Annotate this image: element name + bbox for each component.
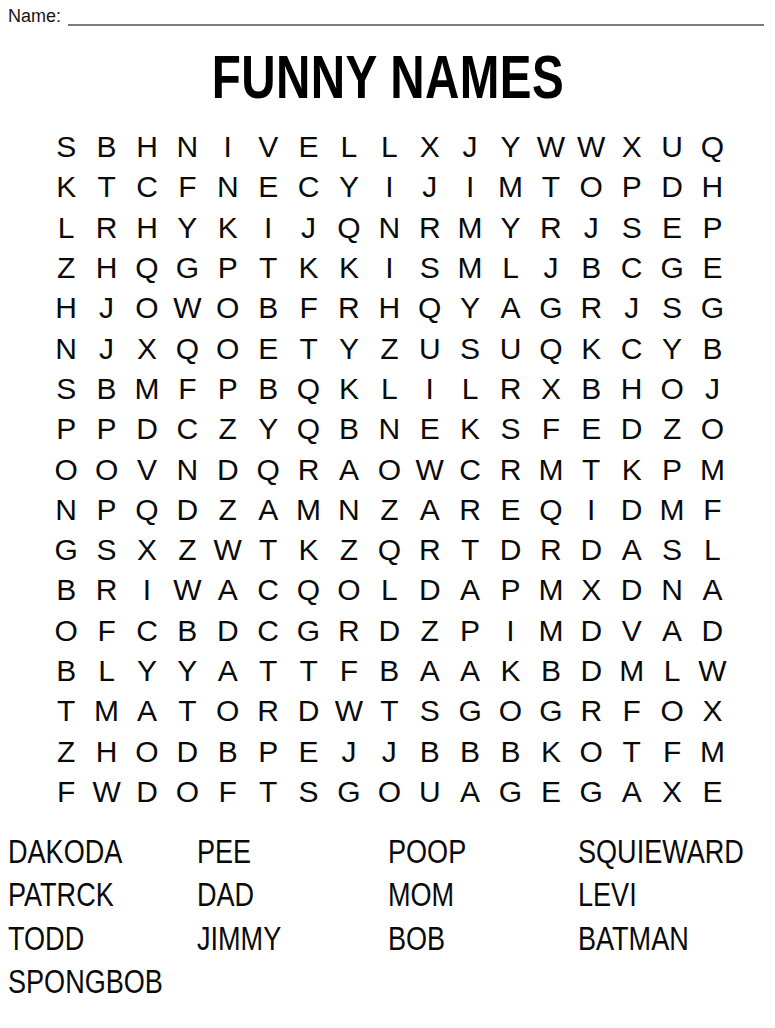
grid-cell[interactable]: K (46, 167, 86, 207)
grid-cell[interactable]: T (248, 248, 288, 288)
grid-cell[interactable]: N (167, 449, 207, 489)
grid-cell[interactable]: Y (490, 127, 530, 167)
grid-cell[interactable]: H (369, 288, 409, 328)
grid-cell[interactable]: O (208, 691, 248, 731)
puzzle-title: FUNNY NAMES (0, 42, 775, 112)
grid-cell[interactable]: D (167, 731, 207, 771)
grid-cell[interactable]: P (208, 248, 248, 288)
grid-cell[interactable]: P (490, 570, 530, 610)
grid-cell[interactable]: L (692, 530, 732, 570)
grid-cell[interactable]: A (652, 611, 692, 651)
grid-cell[interactable]: G (571, 772, 611, 812)
grid-cell[interactable]: E (410, 409, 450, 449)
grid-cell[interactable]: D (571, 611, 611, 651)
grid-cell[interactable]: A (611, 530, 651, 570)
word-list-item: BOB (388, 917, 578, 961)
grid-cell[interactable]: M (692, 731, 732, 771)
grid-cell[interactable]: Z (167, 530, 207, 570)
grid-cell[interactable]: Z (410, 611, 450, 651)
grid-cell[interactable]: F (652, 731, 692, 771)
grid-cell[interactable]: A (692, 570, 732, 610)
grid-cell[interactable]: G (531, 288, 571, 328)
grid-cell[interactable]: S (288, 772, 328, 812)
grid-cell[interactable]: G (652, 248, 692, 288)
grid-cell[interactable]: A (450, 651, 490, 691)
grid-cell[interactable]: G (531, 691, 571, 731)
grid-cell[interactable]: S (450, 328, 490, 368)
grid-cell[interactable]: R (86, 208, 126, 248)
grid-cell[interactable]: J (611, 288, 651, 328)
grid-cell[interactable]: B (410, 731, 450, 771)
grid-cell[interactable]: D (369, 611, 409, 651)
grid-cell[interactable]: D (571, 530, 611, 570)
grid-cell[interactable]: O (127, 288, 167, 328)
grid-cell[interactable]: C (450, 449, 490, 489)
grid-cell[interactable]: T (369, 691, 409, 731)
grid-cell[interactable]: O (369, 449, 409, 489)
grid-cell[interactable]: O (167, 772, 207, 812)
grid-cell[interactable]: F (611, 691, 651, 731)
grid-cell[interactable]: R (571, 691, 611, 731)
grid-cell[interactable]: K (611, 449, 651, 489)
grid-cell[interactable]: Q (167, 328, 207, 368)
grid-cell[interactable]: T (46, 691, 86, 731)
grid-cell[interactable]: D (410, 570, 450, 610)
grid-cell[interactable]: H (46, 288, 86, 328)
grid-cell[interactable]: N (46, 490, 86, 530)
grid-cell[interactable]: O (369, 772, 409, 812)
grid-cell[interactable]: J (369, 731, 409, 771)
grid-cell[interactable]: F (531, 409, 571, 449)
grid-cell[interactable]: T (288, 651, 328, 691)
grid-cell[interactable]: T (86, 167, 126, 207)
grid-cell[interactable]: Z (208, 409, 248, 449)
grid-cell[interactable]: W (167, 570, 207, 610)
grid-cell[interactable]: M (692, 449, 732, 489)
grid-cell[interactable]: M (531, 611, 571, 651)
grid-cell[interactable]: E (692, 772, 732, 812)
grid-cell[interactable]: O (571, 167, 611, 207)
grid-cell[interactable]: I (208, 127, 248, 167)
grid-cell[interactable]: Q (329, 208, 369, 248)
grid-cell[interactable]: J (571, 208, 611, 248)
grid-cell[interactable]: G (692, 288, 732, 328)
grid-cell[interactable]: H (127, 208, 167, 248)
grid-cell[interactable]: E (248, 328, 288, 368)
grid-cell[interactable]: C (611, 248, 651, 288)
grid-cell[interactable]: A (611, 772, 651, 812)
grid-cell[interactable]: Q (127, 490, 167, 530)
grid-cell[interactable]: K (329, 248, 369, 288)
grid-cell[interactable]: F (86, 611, 126, 651)
grid-cell[interactable]: G (450, 691, 490, 731)
grid-cell[interactable]: B (208, 731, 248, 771)
grid-cell[interactable]: Z (329, 530, 369, 570)
grid-cell[interactable]: K (571, 328, 611, 368)
grid-cell[interactable]: W (208, 530, 248, 570)
grid-cell[interactable]: Q (288, 570, 328, 610)
grid-cell[interactable]: B (46, 651, 86, 691)
grid-cell[interactable]: B (248, 288, 288, 328)
grid-cell[interactable]: A (329, 449, 369, 489)
name-row: Name: (8, 6, 764, 26)
grid-cell[interactable]: R (329, 288, 369, 328)
grid-cell[interactable]: C (127, 611, 167, 651)
grid-cell[interactable]: S (652, 530, 692, 570)
grid-cell[interactable]: U (410, 772, 450, 812)
grid-cell[interactable]: Y (248, 409, 288, 449)
grid-cell[interactable]: K (288, 248, 328, 288)
grid-cell[interactable]: O (46, 611, 86, 651)
grid-cell[interactable]: H (127, 127, 167, 167)
grid-cell[interactable]: T (611, 731, 651, 771)
grid-cell[interactable]: O (127, 731, 167, 771)
grid-cell[interactable]: A (208, 570, 248, 610)
grid-cell[interactable]: Z (46, 731, 86, 771)
word-list-item: JIMMY (197, 917, 388, 961)
grid-cell[interactable]: B (369, 651, 409, 691)
grid-cell[interactable]: K (288, 530, 328, 570)
grid-cell[interactable]: R (410, 208, 450, 248)
grid-cell[interactable]: I (571, 490, 611, 530)
grid-cell[interactable]: P (86, 490, 126, 530)
grid-cell[interactable]: T (450, 530, 490, 570)
grid-cell[interactable]: R (86, 570, 126, 610)
grid-cell[interactable]: D (611, 409, 651, 449)
grid-cell[interactable]: R (410, 530, 450, 570)
grid-cell[interactable]: H (86, 731, 126, 771)
grid-cell[interactable]: W (531, 127, 571, 167)
grid-cell[interactable]: S (46, 369, 86, 409)
grid-cell[interactable]: E (571, 409, 611, 449)
grid-cell[interactable]: Q (410, 288, 450, 328)
grid-cell[interactable]: L (652, 651, 692, 691)
grid-cell[interactable]: J (86, 288, 126, 328)
grid-cell[interactable]: F (167, 369, 207, 409)
grid-cell[interactable]: B (571, 369, 611, 409)
grid-cell[interactable]: H (86, 248, 126, 288)
grid-cell[interactable]: Y (652, 328, 692, 368)
grid-cell[interactable]: Y (329, 328, 369, 368)
grid-cell[interactable]: H (692, 167, 732, 207)
grid-cell[interactable]: J (329, 731, 369, 771)
grid-cell[interactable]: Z (369, 490, 409, 530)
grid-cell[interactable]: E (531, 772, 571, 812)
grid-cell[interactable]: B (46, 570, 86, 610)
grid-cell[interactable]: R (329, 611, 369, 651)
grid-cell[interactable]: I (248, 208, 288, 248)
grid-cell[interactable]: A (410, 490, 450, 530)
grid-cell[interactable]: C (167, 409, 207, 449)
grid-cell[interactable]: F (46, 772, 86, 812)
grid-cell[interactable]: P (611, 167, 651, 207)
grid-cell[interactable]: J (531, 248, 571, 288)
grid-cell[interactable]: A (450, 570, 490, 610)
grid-cell[interactable]: R (571, 288, 611, 328)
grid-cell[interactable]: G (288, 611, 328, 651)
grid-cell[interactable]: B (571, 248, 611, 288)
grid-cell[interactable]: F (167, 167, 207, 207)
grid-cell[interactable]: Z (208, 490, 248, 530)
grid-cell[interactable]: S (611, 208, 651, 248)
grid-cell[interactable]: G (167, 248, 207, 288)
grid-cell[interactable]: C (248, 611, 288, 651)
grid-cell[interactable]: N (208, 167, 248, 207)
grid-cell[interactable]: W (410, 449, 450, 489)
grid-cell[interactable]: Z (46, 248, 86, 288)
grid-cell[interactable]: F (208, 772, 248, 812)
grid-cell[interactable]: C (248, 570, 288, 610)
grid-cell[interactable]: O (652, 369, 692, 409)
grid-cell[interactable]: V (127, 449, 167, 489)
word-list-item: LEVI (578, 874, 775, 918)
grid-cell[interactable]: D (127, 409, 167, 449)
word-list-item: SPONGBOB (8, 961, 197, 1005)
grid-cell[interactable]: R (490, 369, 530, 409)
grid-cell[interactable]: E (652, 208, 692, 248)
grid-cell[interactable]: N (369, 208, 409, 248)
grid-cell[interactable]: M (450, 248, 490, 288)
grid-cell[interactable]: Q (369, 530, 409, 570)
grid-cell[interactable]: Q (127, 248, 167, 288)
grid-cell[interactable]: Y (450, 288, 490, 328)
grid-cell[interactable]: B (490, 731, 530, 771)
grid-cell[interactable]: Q (692, 127, 732, 167)
grid-cell[interactable]: A (450, 772, 490, 812)
grid-cell[interactable]: T (167, 691, 207, 731)
grid-cell[interactable]: L (369, 570, 409, 610)
grid-cell[interactable]: N (369, 409, 409, 449)
grid-cell[interactable]: C (127, 167, 167, 207)
grid-cell[interactable]: N (167, 127, 207, 167)
grid-cell[interactable]: K (208, 208, 248, 248)
grid-cell[interactable]: Y (329, 167, 369, 207)
grid-cell[interactable]: I (127, 570, 167, 610)
grid-cell[interactable]: T (248, 772, 288, 812)
grid-cell[interactable]: M (490, 167, 530, 207)
grid-cell[interactable]: P (248, 731, 288, 771)
grid-cell[interactable]: O (208, 288, 248, 328)
grid-cell[interactable]: S (86, 530, 126, 570)
grid-cell[interactable]: X (410, 127, 450, 167)
grid-cell[interactable]: N (329, 490, 369, 530)
grid-cell[interactable]: K (329, 369, 369, 409)
word-list-item: MOM (388, 874, 578, 918)
grid-cell[interactable]: I (450, 167, 490, 207)
grid-cell[interactable]: O (692, 409, 732, 449)
grid-cell[interactable]: A (248, 490, 288, 530)
grid-cell[interactable]: C (288, 167, 328, 207)
grid-cell[interactable]: O (490, 691, 530, 731)
grid-cell[interactable]: I (410, 369, 450, 409)
grid-cell[interactable]: Y (490, 208, 530, 248)
grid-cell[interactable]: P (46, 409, 86, 449)
grid-cell[interactable]: M (288, 490, 328, 530)
grid-cell[interactable]: M (86, 691, 126, 731)
grid-cell[interactable]: T (248, 651, 288, 691)
grid-cell[interactable]: D (490, 530, 530, 570)
grid-cell[interactable]: S (46, 127, 86, 167)
grid-cell[interactable]: J (410, 167, 450, 207)
grid-cell[interactable]: T (531, 167, 571, 207)
grid-cell[interactable]: K (490, 651, 530, 691)
grid-cell[interactable]: G (490, 772, 530, 812)
grid-cell[interactable]: J (86, 328, 126, 368)
grid-cell[interactable]: X (692, 691, 732, 731)
grid-cell[interactable]: B (86, 127, 126, 167)
grid-cell[interactable]: S (490, 409, 530, 449)
grid-cell[interactable]: E (490, 490, 530, 530)
grid-cell[interactable]: J (288, 208, 328, 248)
grid-cell[interactable]: G (46, 530, 86, 570)
grid-cell[interactable]: M (531, 570, 571, 610)
grid-cell[interactable]: D (208, 449, 248, 489)
grid-cell[interactable]: A (208, 651, 248, 691)
grid-cell[interactable]: Z (652, 409, 692, 449)
grid-cell[interactable]: W (86, 772, 126, 812)
grid-cell[interactable]: L (329, 127, 369, 167)
grid-cell[interactable]: U (490, 328, 530, 368)
grid-cell[interactable]: I (369, 167, 409, 207)
grid-cell[interactable]: D (652, 167, 692, 207)
grid-cell[interactable]: I (490, 611, 530, 651)
grid-cell[interactable]: L (46, 208, 86, 248)
grid-cell[interactable]: P (450, 611, 490, 651)
grid-cell[interactable]: D (611, 490, 651, 530)
grid-cell[interactable]: W (692, 651, 732, 691)
grid-cell[interactable]: V (248, 127, 288, 167)
grid-cell[interactable]: P (208, 369, 248, 409)
grid-cell[interactable]: E (288, 731, 328, 771)
name-label: Name: (8, 6, 61, 26)
grid-cell[interactable]: A (490, 288, 530, 328)
grid-cell[interactable]: F (329, 651, 369, 691)
grid-cell[interactable]: D (571, 651, 611, 691)
grid-cell[interactable]: P (86, 409, 126, 449)
grid-cell[interactable]: I (369, 248, 409, 288)
grid-cell[interactable]: Y (167, 208, 207, 248)
grid-cell[interactable]: X (127, 328, 167, 368)
grid-cell[interactable]: U (652, 127, 692, 167)
grid-cell[interactable]: W (167, 288, 207, 328)
grid-cell[interactable]: S (410, 248, 450, 288)
grid-cell[interactable]: W (329, 691, 369, 731)
grid-cell[interactable]: B (86, 369, 126, 409)
grid-cell[interactable]: Q (531, 490, 571, 530)
grid-cell[interactable]: O (46, 449, 86, 489)
grid-cell[interactable]: G (329, 772, 369, 812)
word-list-column: PEEDADJIMMY (197, 830, 388, 1004)
grid-cell[interactable]: L (86, 651, 126, 691)
grid-cell[interactable]: Z (369, 328, 409, 368)
grid-cell[interactable]: Q (248, 449, 288, 489)
grid-cell[interactable]: D (611, 570, 651, 610)
grid-cell[interactable]: E (288, 127, 328, 167)
grid-cell[interactable]: E (692, 248, 732, 288)
grid-cell[interactable]: R (531, 208, 571, 248)
grid-cell[interactable]: N (652, 570, 692, 610)
grid-cell[interactable]: M (611, 651, 651, 691)
grid-cell[interactable]: B (167, 611, 207, 651)
grid-cell[interactable]: S (410, 691, 450, 731)
grid-cell[interactable]: O (329, 570, 369, 610)
grid-cell[interactable]: R (531, 530, 571, 570)
grid-cell[interactable]: D (167, 490, 207, 530)
grid-cell[interactable]: W (571, 127, 611, 167)
grid-cell[interactable]: R (450, 490, 490, 530)
grid-cell[interactable]: R (288, 449, 328, 489)
grid-cell[interactable]: X (127, 530, 167, 570)
grid-cell[interactable]: R (248, 691, 288, 731)
grid-cell[interactable]: M (531, 449, 571, 489)
grid-cell[interactable]: O (208, 328, 248, 368)
grid-cell[interactable]: M (652, 490, 692, 530)
grid-cell[interactable]: Y (167, 651, 207, 691)
grid-cell[interactable]: B (450, 731, 490, 771)
grid-cell[interactable]: S (652, 288, 692, 328)
grid-cell[interactable]: B (531, 651, 571, 691)
grid-cell[interactable]: A (127, 691, 167, 731)
grid-cell[interactable]: A (410, 651, 450, 691)
grid-cell[interactable]: B (248, 369, 288, 409)
grid-cell[interactable]: O (571, 731, 611, 771)
grid-cell[interactable]: D (288, 691, 328, 731)
grid-cell[interactable]: L (490, 248, 530, 288)
grid-cell[interactable]: T (288, 328, 328, 368)
grid-cell[interactable]: J (692, 369, 732, 409)
grid-cell[interactable]: T (571, 449, 611, 489)
grid-cell[interactable]: X (571, 570, 611, 610)
grid-cell[interactable]: C (611, 328, 651, 368)
grid-cell[interactable]: Y (127, 651, 167, 691)
grid-cell[interactable]: K (450, 409, 490, 449)
grid-cell[interactable]: K (531, 731, 571, 771)
grid-cell[interactable]: X (652, 772, 692, 812)
grid-cell[interactable]: B (329, 409, 369, 449)
grid-cell[interactable]: M (127, 369, 167, 409)
grid-cell[interactable]: L (369, 369, 409, 409)
grid-cell[interactable]: B (692, 328, 732, 368)
grid-cell[interactable]: Q (288, 409, 328, 449)
grid-cell[interactable]: D (692, 611, 732, 651)
grid-cell[interactable]: Q (531, 328, 571, 368)
grid-cell[interactable]: N (46, 328, 86, 368)
grid-cell[interactable]: M (450, 208, 490, 248)
grid-cell[interactable]: Q (288, 369, 328, 409)
grid-cell[interactable]: U (410, 328, 450, 368)
grid-cell[interactable]: V (611, 611, 651, 651)
grid-cell[interactable]: L (450, 369, 490, 409)
grid-cell[interactable]: H (611, 369, 651, 409)
word-list-column: SQUIEWARDLEVIBATMAN (578, 830, 775, 1004)
grid-cell[interactable]: X (611, 127, 651, 167)
grid-cell[interactable]: J (450, 127, 490, 167)
word-list: DAKODAPATRCKTODDSPONGBOBPEEDADJIMMYPOOPM… (8, 830, 768, 1004)
grid-cell[interactable]: X (531, 369, 571, 409)
grid-cell[interactable]: L (369, 127, 409, 167)
grid-cell[interactable]: T (248, 530, 288, 570)
grid-cell[interactable]: D (127, 772, 167, 812)
grid-cell[interactable]: O (86, 449, 126, 489)
grid-cell[interactable]: D (208, 611, 248, 651)
grid-cell[interactable]: O (652, 691, 692, 731)
grid-cell[interactable]: F (692, 490, 732, 530)
grid-cell[interactable]: R (490, 449, 530, 489)
grid-cell[interactable]: F (288, 288, 328, 328)
grid-cell[interactable]: E (248, 167, 288, 207)
grid-cell[interactable]: P (652, 449, 692, 489)
grid-cell[interactable]: P (692, 208, 732, 248)
